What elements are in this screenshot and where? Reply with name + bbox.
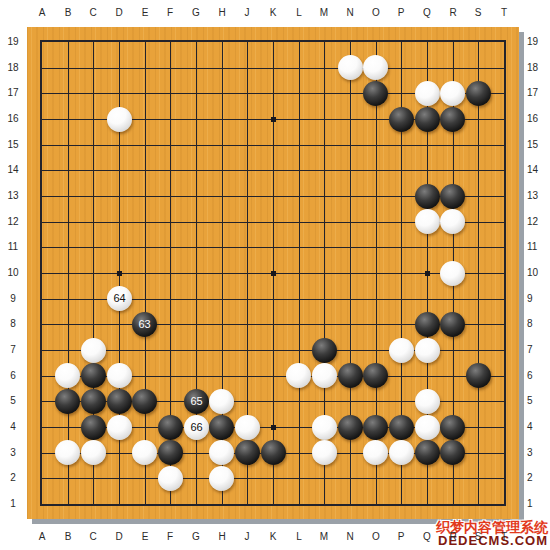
row-label-right-9: 9 bbox=[527, 293, 549, 304]
stone-black-s17[interactable] bbox=[466, 81, 491, 106]
row-label-right-1: 1 bbox=[527, 498, 549, 509]
column-label-bottom-n: N bbox=[340, 531, 360, 542]
column-label-top-l: L bbox=[289, 7, 309, 18]
stone-white-q17[interactable] bbox=[415, 81, 440, 106]
row-label-right-2: 2 bbox=[527, 472, 549, 483]
stone-black-f3[interactable] bbox=[158, 440, 183, 465]
stone-white-e3[interactable] bbox=[132, 440, 157, 465]
column-label-top-s: S bbox=[468, 7, 488, 18]
row-label-left-9: 9 bbox=[2, 293, 24, 304]
stone-black-q8[interactable] bbox=[415, 312, 440, 337]
row-label-left-19: 19 bbox=[2, 36, 24, 47]
row-label-right-18: 18 bbox=[527, 62, 549, 73]
stone-white-g4[interactable]: 66 bbox=[184, 415, 209, 440]
stone-white-m3[interactable] bbox=[312, 440, 337, 465]
column-label-bottom-s: S bbox=[468, 531, 488, 542]
row-label-left-13: 13 bbox=[2, 190, 24, 201]
column-label-bottom-k: K bbox=[263, 531, 283, 542]
column-label-top-r: R bbox=[443, 7, 463, 18]
star-point bbox=[271, 271, 276, 276]
stone-white-b3[interactable] bbox=[55, 440, 80, 465]
stone-black-j3[interactable] bbox=[235, 440, 260, 465]
row-label-left-10: 10 bbox=[2, 267, 24, 278]
stone-white-p3[interactable] bbox=[389, 440, 414, 465]
stone-black-q16[interactable] bbox=[415, 107, 440, 132]
stone-white-d9[interactable]: 64 bbox=[107, 286, 132, 311]
stone-black-c4[interactable] bbox=[81, 415, 106, 440]
column-label-bottom-f: F bbox=[160, 531, 180, 542]
row-label-right-15: 15 bbox=[527, 139, 549, 150]
column-label-top-e: E bbox=[135, 7, 155, 18]
column-label-bottom-m: M bbox=[314, 531, 334, 542]
stone-white-h3[interactable] bbox=[209, 440, 234, 465]
move-number-label: 65 bbox=[184, 389, 209, 414]
row-label-left-15: 15 bbox=[2, 139, 24, 150]
stone-white-p7[interactable] bbox=[389, 338, 414, 363]
row-label-left-2: 2 bbox=[2, 472, 24, 483]
stone-white-m6[interactable] bbox=[312, 363, 337, 388]
stone-black-r8[interactable] bbox=[440, 312, 465, 337]
row-label-left-16: 16 bbox=[2, 113, 24, 124]
stone-black-b5[interactable] bbox=[55, 389, 80, 414]
stone-white-r17[interactable] bbox=[440, 81, 465, 106]
star-point bbox=[271, 117, 276, 122]
row-label-left-4: 4 bbox=[2, 421, 24, 432]
row-label-right-6: 6 bbox=[527, 370, 549, 381]
row-label-right-8: 8 bbox=[527, 318, 549, 329]
stone-black-r13[interactable] bbox=[440, 184, 465, 209]
row-label-left-11: 11 bbox=[2, 241, 24, 252]
column-label-bottom-b: B bbox=[58, 531, 78, 542]
stone-black-g5[interactable]: 65 bbox=[184, 389, 209, 414]
row-label-left-18: 18 bbox=[2, 62, 24, 73]
column-label-top-c: C bbox=[83, 7, 103, 18]
stone-black-c6[interactable] bbox=[81, 363, 106, 388]
stone-white-q5[interactable] bbox=[415, 389, 440, 414]
go-diagram: 64636566 织梦内容管理系统 DEDECMS.COM AABBCCDDEE… bbox=[0, 0, 550, 550]
column-label-bottom-q: Q bbox=[417, 531, 437, 542]
column-label-top-g: G bbox=[186, 7, 206, 18]
column-label-top-k: K bbox=[263, 7, 283, 18]
column-label-bottom-h: H bbox=[212, 531, 232, 542]
stone-black-s6[interactable] bbox=[466, 363, 491, 388]
row-label-left-5: 5 bbox=[2, 395, 24, 406]
stone-white-o18[interactable] bbox=[363, 55, 388, 80]
row-label-left-7: 7 bbox=[2, 344, 24, 355]
column-label-bottom-r: R bbox=[443, 531, 463, 542]
stone-white-r10[interactable] bbox=[440, 261, 465, 286]
column-label-top-f: F bbox=[160, 7, 180, 18]
stone-black-q3[interactable] bbox=[415, 440, 440, 465]
stone-black-n4[interactable] bbox=[338, 415, 363, 440]
row-label-right-10: 10 bbox=[527, 267, 549, 278]
stone-white-j4[interactable] bbox=[235, 415, 260, 440]
column-label-top-m: M bbox=[314, 7, 334, 18]
stone-white-f2[interactable] bbox=[158, 466, 183, 491]
column-label-bottom-g: G bbox=[186, 531, 206, 542]
row-label-left-12: 12 bbox=[2, 216, 24, 227]
column-label-top-p: P bbox=[391, 7, 411, 18]
stone-black-e5[interactable] bbox=[132, 389, 157, 414]
stone-black-f4[interactable] bbox=[158, 415, 183, 440]
row-label-right-16: 16 bbox=[527, 113, 549, 124]
grid-line-horizontal bbox=[42, 478, 504, 479]
row-label-right-12: 12 bbox=[527, 216, 549, 227]
column-label-top-t: T bbox=[494, 7, 514, 18]
stone-black-h4[interactable] bbox=[209, 415, 234, 440]
row-label-left-14: 14 bbox=[2, 164, 24, 175]
stone-white-q12[interactable] bbox=[415, 209, 440, 234]
row-label-right-3: 3 bbox=[527, 447, 549, 458]
stone-black-c5[interactable] bbox=[81, 389, 106, 414]
column-label-bottom-o: O bbox=[366, 531, 386, 542]
row-label-left-8: 8 bbox=[2, 318, 24, 329]
goban: 64636566 bbox=[27, 27, 519, 519]
stone-white-q4[interactable] bbox=[415, 415, 440, 440]
stone-white-d4[interactable] bbox=[107, 415, 132, 440]
column-label-top-n: N bbox=[340, 7, 360, 18]
row-label-right-5: 5 bbox=[527, 395, 549, 406]
stone-white-d16[interactable] bbox=[107, 107, 132, 132]
stone-black-r3[interactable] bbox=[440, 440, 465, 465]
stone-white-l6[interactable] bbox=[286, 363, 311, 388]
stone-black-e8[interactable]: 63 bbox=[132, 312, 157, 337]
grid-line-vertical bbox=[299, 42, 300, 504]
column-label-top-j: J bbox=[237, 7, 257, 18]
star-point bbox=[117, 271, 122, 276]
stone-black-d5[interactable] bbox=[107, 389, 132, 414]
row-label-right-17: 17 bbox=[527, 87, 549, 98]
row-label-left-17: 17 bbox=[2, 87, 24, 98]
stone-white-d6[interactable] bbox=[107, 363, 132, 388]
row-label-right-11: 11 bbox=[527, 241, 549, 252]
stone-white-h5[interactable] bbox=[209, 389, 234, 414]
column-label-bottom-l: L bbox=[289, 531, 309, 542]
row-label-right-19: 19 bbox=[527, 36, 549, 47]
column-label-top-d: D bbox=[109, 7, 129, 18]
column-label-top-o: O bbox=[366, 7, 386, 18]
grid-line-vertical bbox=[478, 42, 479, 504]
column-label-top-a: A bbox=[32, 7, 52, 18]
row-label-right-14: 14 bbox=[527, 164, 549, 175]
row-label-right-13: 13 bbox=[527, 190, 549, 201]
stone-black-k3[interactable] bbox=[261, 440, 286, 465]
stone-black-o6[interactable] bbox=[363, 363, 388, 388]
column-label-bottom-d: D bbox=[109, 531, 129, 542]
row-label-left-6: 6 bbox=[2, 370, 24, 381]
column-label-top-h: H bbox=[212, 7, 232, 18]
column-label-top-b: B bbox=[58, 7, 78, 18]
stone-black-n6[interactable] bbox=[338, 363, 363, 388]
stone-white-q7[interactable] bbox=[415, 338, 440, 363]
stone-white-m4[interactable] bbox=[312, 415, 337, 440]
stone-white-r12[interactable] bbox=[440, 209, 465, 234]
column-label-bottom-e: E bbox=[135, 531, 155, 542]
column-label-bottom-j: J bbox=[237, 531, 257, 542]
stone-white-o3[interactable] bbox=[363, 440, 388, 465]
column-label-bottom-a: A bbox=[32, 531, 52, 542]
row-label-right-4: 4 bbox=[527, 421, 549, 432]
stone-black-m7[interactable] bbox=[312, 338, 337, 363]
row-label-left-3: 3 bbox=[2, 447, 24, 458]
move-number-label: 66 bbox=[184, 415, 209, 440]
column-label-top-q: Q bbox=[417, 7, 437, 18]
stone-black-r4[interactable] bbox=[440, 415, 465, 440]
star-point bbox=[425, 271, 430, 276]
stone-black-r16[interactable] bbox=[440, 107, 465, 132]
star-point bbox=[271, 425, 276, 430]
row-label-left-1: 1 bbox=[2, 498, 24, 509]
stone-white-h2[interactable] bbox=[209, 466, 234, 491]
row-label-right-7: 7 bbox=[527, 344, 549, 355]
column-label-bottom-p: P bbox=[391, 531, 411, 542]
move-number-label: 64 bbox=[107, 286, 132, 311]
move-number-label: 63 bbox=[132, 312, 157, 337]
stone-white-b6[interactable] bbox=[55, 363, 80, 388]
stone-black-o4[interactable] bbox=[363, 415, 388, 440]
stone-black-p16[interactable] bbox=[389, 107, 414, 132]
stone-black-o17[interactable] bbox=[363, 81, 388, 106]
column-label-bottom-t: T bbox=[494, 531, 514, 542]
stone-black-q13[interactable] bbox=[415, 184, 440, 209]
stone-white-c3[interactable] bbox=[81, 440, 106, 465]
stone-white-c7[interactable] bbox=[81, 338, 106, 363]
stone-black-p4[interactable] bbox=[389, 415, 414, 440]
stone-white-n18[interactable] bbox=[338, 55, 363, 80]
column-label-bottom-c: C bbox=[83, 531, 103, 542]
